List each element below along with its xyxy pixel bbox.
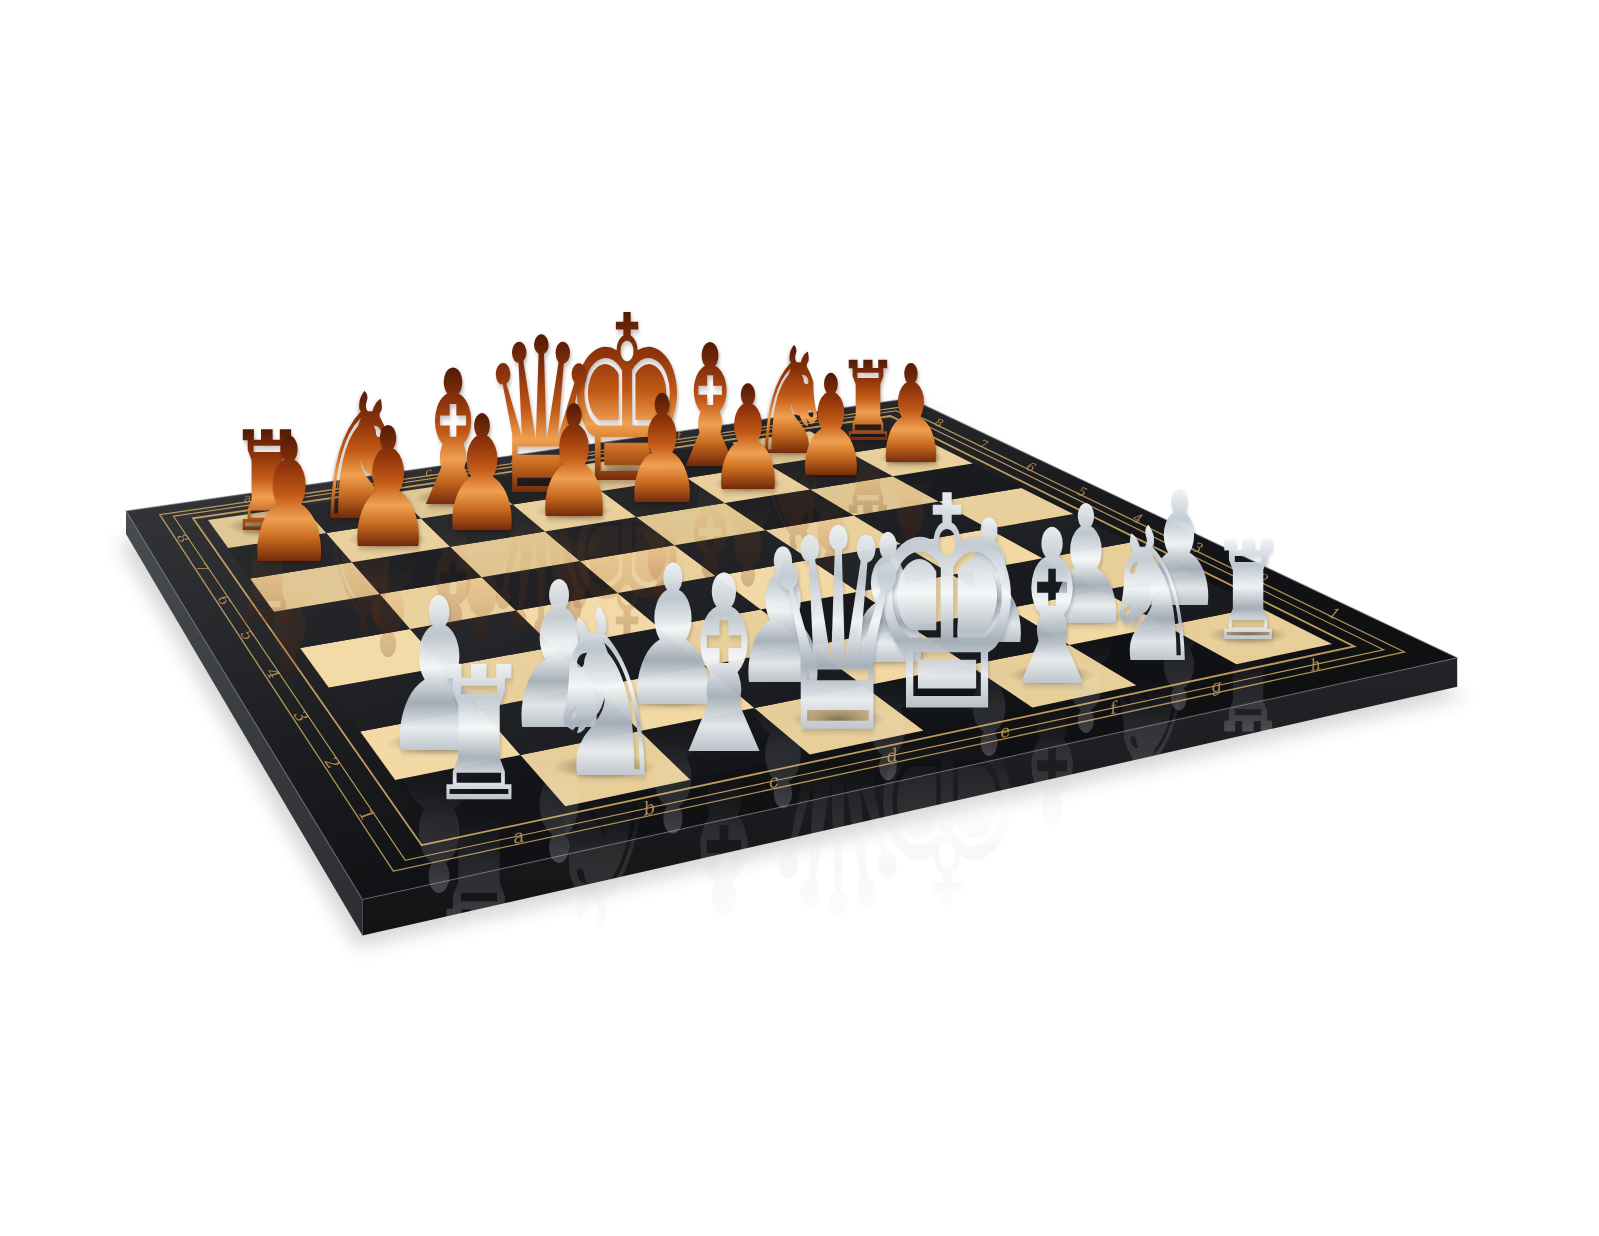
piece-white-knight-b1[interactable]: ♞ xyxy=(540,580,668,811)
chess-set-photo: aa11bb22cc33dd44ee55ff66gg77hh88 ♜♞♟♝♟♚♟… xyxy=(0,0,1599,1236)
piece-black-pawn-e7[interactable]: ♟ xyxy=(621,376,704,526)
piece-white-rook-a1[interactable]: ♜ xyxy=(427,642,530,828)
piece-black-pawn-d7[interactable]: ♟ xyxy=(531,385,617,540)
piece-white-knight-g1[interactable]: ♞ xyxy=(1100,504,1203,689)
piece-black-pawn-b7[interactable]: ♟ xyxy=(341,405,433,571)
piece-white-rook-h1[interactable]: ♜ xyxy=(1210,524,1286,660)
piece-black-pawn-a7[interactable]: ♟ xyxy=(242,416,338,588)
pieces-layer: ♜♞♟♝♟♚♟♛♟♝♟♞♟♜♟♟♟♟♜♟♞♟♝♟♚♟♛♟♝♟♞♜ xyxy=(0,0,1599,1236)
piece-white-bishop-c1[interactable]: ♝ xyxy=(656,545,792,789)
piece-black-pawn-c7[interactable]: ♟ xyxy=(438,395,527,555)
